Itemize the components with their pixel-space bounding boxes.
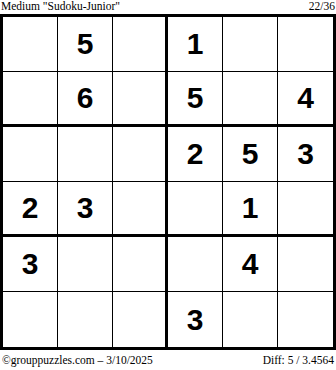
cell-r2c5[interactable] [223, 72, 278, 127]
cell-r1c1[interactable] [3, 17, 58, 72]
cell-r1c3[interactable] [113, 17, 168, 72]
copyright-text: ©grouppuzzles.com – 3/10/2025 [0, 354, 153, 366]
cell-r1c6[interactable] [278, 17, 333, 72]
cell-r5c2[interactable] [58, 237, 113, 292]
cell-r4c1[interactable]: 2 [3, 182, 58, 237]
cell-r5c5[interactable]: 4 [223, 237, 278, 292]
cell-r4c5[interactable]: 1 [223, 182, 278, 237]
header: Medium "Sudoku-Junior" 22/36 [0, 0, 336, 14]
cell-r3c4[interactable]: 2 [168, 127, 223, 182]
cell-r6c5[interactable] [223, 292, 278, 347]
cell-r3c2[interactable] [58, 127, 113, 182]
cell-r2c1[interactable] [3, 72, 58, 127]
cell-r3c5[interactable]: 5 [223, 127, 278, 182]
cell-r5c4[interactable] [168, 237, 223, 292]
cell-r6c1[interactable] [3, 292, 58, 347]
cell-r3c3[interactable] [113, 127, 168, 182]
difficulty-text: Diff: 5 / 3.4564 [263, 354, 336, 366]
cell-r2c2[interactable]: 6 [58, 72, 113, 127]
cell-r3c6[interactable]: 3 [278, 127, 333, 182]
cell-r4c4[interactable] [168, 182, 223, 237]
sudoku-board: 5 1 6 5 4 2 5 3 2 3 1 3 4 3 [0, 14, 336, 350]
cell-r6c3[interactable] [113, 292, 168, 347]
sudoku-page: Medium "Sudoku-Junior" 22/36 5 1 6 5 4 2… [0, 0, 336, 370]
cell-r5c3[interactable] [113, 237, 168, 292]
cell-r6c2[interactable] [58, 292, 113, 347]
puzzle-counter: 22/36 [309, 0, 336, 13]
cell-r2c6[interactable]: 4 [278, 72, 333, 127]
cell-r5c1[interactable]: 3 [3, 237, 58, 292]
cell-r1c2[interactable]: 5 [58, 17, 113, 72]
cell-r2c3[interactable] [113, 72, 168, 127]
cell-r4c3[interactable] [113, 182, 168, 237]
cell-r1c5[interactable] [223, 17, 278, 72]
cell-r1c4[interactable]: 1 [168, 17, 223, 72]
cell-r4c2[interactable]: 3 [58, 182, 113, 237]
cell-r3c1[interactable] [3, 127, 58, 182]
cell-r2c4[interactable]: 5 [168, 72, 223, 127]
footer: ©grouppuzzles.com – 3/10/2025 Diff: 5 / … [0, 350, 336, 370]
cell-r6c6[interactable] [278, 292, 333, 347]
cell-r4c6[interactable] [278, 182, 333, 237]
puzzle-title: Medium "Sudoku-Junior" [0, 0, 120, 13]
cell-r5c6[interactable] [278, 237, 333, 292]
cell-r6c4[interactable]: 3 [168, 292, 223, 347]
